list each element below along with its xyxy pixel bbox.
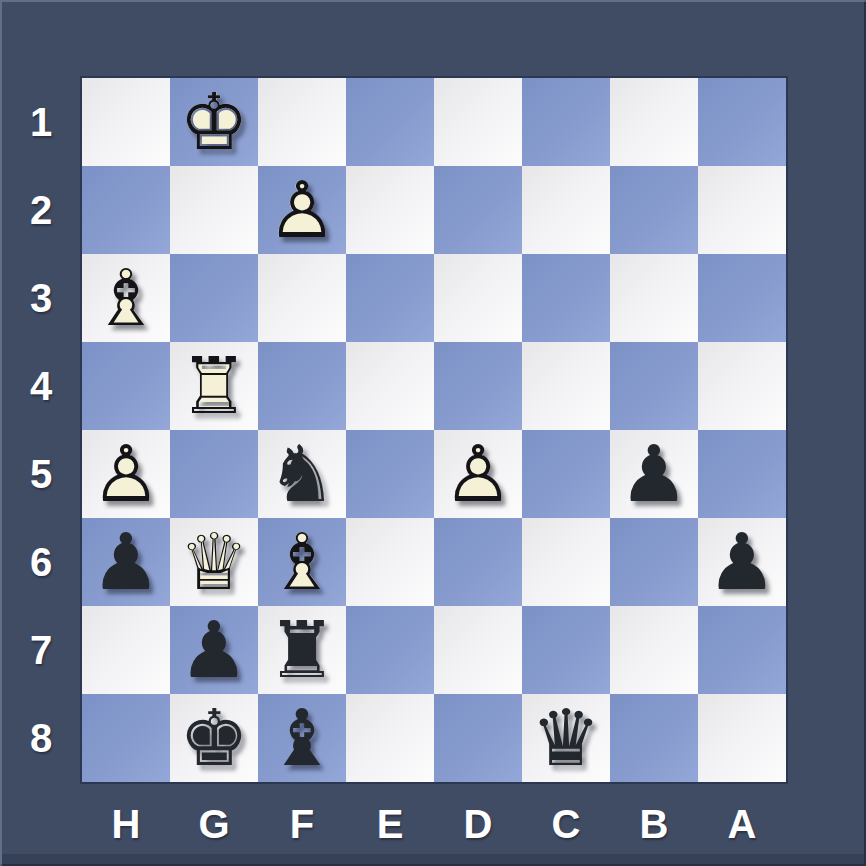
piece-glyph-outline: ♙ bbox=[91, 435, 161, 513]
rank-label-3: 3 bbox=[0, 254, 82, 342]
white-queen[interactable]: ♛♕ bbox=[170, 518, 258, 606]
white-rook[interactable]: ♜♖ bbox=[170, 342, 258, 430]
rank-labels: 12345678 bbox=[0, 78, 82, 782]
square-b7[interactable] bbox=[610, 606, 698, 694]
square-g8[interactable]: ♚ bbox=[170, 694, 258, 782]
rank-label-8: 8 bbox=[0, 694, 82, 782]
square-b6[interactable] bbox=[610, 518, 698, 606]
square-f3[interactable] bbox=[258, 254, 346, 342]
square-g4[interactable]: ♜♖ bbox=[170, 342, 258, 430]
rank-label-2: 2 bbox=[0, 166, 82, 254]
square-d4[interactable] bbox=[434, 342, 522, 430]
square-a1[interactable] bbox=[698, 78, 786, 166]
square-f8[interactable]: ♝ bbox=[258, 694, 346, 782]
file-label-A: A bbox=[698, 782, 786, 866]
piece-glyph-outline: ♕ bbox=[179, 523, 249, 601]
square-f6[interactable]: ♝♗ bbox=[258, 518, 346, 606]
square-h2[interactable] bbox=[82, 166, 170, 254]
piece-glyph-fill: ♟ bbox=[707, 523, 777, 601]
file-label-E: E bbox=[346, 782, 434, 866]
square-h4[interactable] bbox=[82, 342, 170, 430]
black-pawn[interactable]: ♟ bbox=[610, 430, 698, 518]
square-d5[interactable]: ♟♙ bbox=[434, 430, 522, 518]
piece-glyph-fill: ♚ bbox=[179, 699, 249, 777]
white-pawn[interactable]: ♟♙ bbox=[82, 430, 170, 518]
piece-glyph-outline: ♔ bbox=[179, 83, 249, 161]
white-pawn[interactable]: ♟♙ bbox=[258, 166, 346, 254]
square-e6[interactable] bbox=[346, 518, 434, 606]
square-g2[interactable] bbox=[170, 166, 258, 254]
square-g1[interactable]: ♚♔ bbox=[170, 78, 258, 166]
rank-label-6: 6 bbox=[0, 518, 82, 606]
square-f5[interactable]: ♞ bbox=[258, 430, 346, 518]
white-king[interactable]: ♚♔ bbox=[170, 78, 258, 166]
square-f4[interactable] bbox=[258, 342, 346, 430]
rank-label-5: 5 bbox=[0, 430, 82, 518]
rank-label-4: 4 bbox=[0, 342, 82, 430]
square-c3[interactable] bbox=[522, 254, 610, 342]
black-pawn[interactable]: ♟ bbox=[170, 606, 258, 694]
chess-app: 12345678 ♚♔♟♙♝♗♜♖♟♙♞♟♙♟♟♛♕♝♗♟♟♜♚♝♛ HGFED… bbox=[0, 0, 866, 866]
square-e1[interactable] bbox=[346, 78, 434, 166]
square-b4[interactable] bbox=[610, 342, 698, 430]
piece-glyph-outline: ♗ bbox=[91, 259, 161, 337]
square-d3[interactable] bbox=[434, 254, 522, 342]
piece-glyph-outline: ♗ bbox=[267, 523, 337, 601]
piece-glyph-outline: ♖ bbox=[179, 347, 249, 425]
piece-glyph-outline: ♙ bbox=[443, 435, 513, 513]
piece-glyph-outline: ♙ bbox=[267, 171, 337, 249]
square-d2[interactable] bbox=[434, 166, 522, 254]
square-e8[interactable] bbox=[346, 694, 434, 782]
file-label-C: C bbox=[522, 782, 610, 866]
piece-glyph-fill: ♟ bbox=[91, 523, 161, 601]
file-label-D: D bbox=[434, 782, 522, 866]
square-a4[interactable] bbox=[698, 342, 786, 430]
square-c2[interactable] bbox=[522, 166, 610, 254]
black-king[interactable]: ♚ bbox=[170, 694, 258, 782]
black-bishop[interactable]: ♝ bbox=[258, 694, 346, 782]
white-pawn[interactable]: ♟♙ bbox=[434, 430, 522, 518]
square-c5[interactable] bbox=[522, 430, 610, 518]
black-pawn[interactable]: ♟ bbox=[82, 518, 170, 606]
square-f1[interactable] bbox=[258, 78, 346, 166]
square-a5[interactable] bbox=[698, 430, 786, 518]
square-d6[interactable] bbox=[434, 518, 522, 606]
square-a8[interactable] bbox=[698, 694, 786, 782]
square-c7[interactable] bbox=[522, 606, 610, 694]
square-h3[interactable]: ♝♗ bbox=[82, 254, 170, 342]
square-f7[interactable]: ♜ bbox=[258, 606, 346, 694]
chess-board: ♚♔♟♙♝♗♜♖♟♙♞♟♙♟♟♛♕♝♗♟♟♜♚♝♛ bbox=[82, 78, 786, 782]
piece-glyph-fill: ♟ bbox=[619, 435, 689, 513]
square-b3[interactable] bbox=[610, 254, 698, 342]
square-h6[interactable]: ♟ bbox=[82, 518, 170, 606]
square-b1[interactable] bbox=[610, 78, 698, 166]
square-h5[interactable]: ♟♙ bbox=[82, 430, 170, 518]
square-a3[interactable] bbox=[698, 254, 786, 342]
piece-glyph-fill: ♝ bbox=[267, 699, 337, 777]
file-label-F: F bbox=[258, 782, 346, 866]
file-labels: HGFEDCBA bbox=[82, 782, 786, 866]
white-bishop[interactable]: ♝♗ bbox=[82, 254, 170, 342]
square-f2[interactable]: ♟♙ bbox=[258, 166, 346, 254]
square-h8[interactable] bbox=[82, 694, 170, 782]
white-bishop[interactable]: ♝♗ bbox=[258, 518, 346, 606]
black-knight[interactable]: ♞ bbox=[258, 430, 346, 518]
black-pawn[interactable]: ♟ bbox=[698, 518, 786, 606]
square-b2[interactable] bbox=[610, 166, 698, 254]
square-g3[interactable] bbox=[170, 254, 258, 342]
square-e3[interactable] bbox=[346, 254, 434, 342]
black-rook[interactable]: ♜ bbox=[258, 606, 346, 694]
square-h1[interactable] bbox=[82, 78, 170, 166]
file-label-H: H bbox=[82, 782, 170, 866]
piece-glyph-fill: ♛ bbox=[531, 699, 601, 777]
square-b5[interactable]: ♟ bbox=[610, 430, 698, 518]
square-d8[interactable] bbox=[434, 694, 522, 782]
file-label-G: G bbox=[170, 782, 258, 866]
piece-glyph-fill: ♟ bbox=[179, 611, 249, 689]
piece-glyph-fill: ♞ bbox=[267, 435, 337, 513]
piece-glyph-fill: ♜ bbox=[267, 611, 337, 689]
square-d1[interactable] bbox=[434, 78, 522, 166]
file-label-B: B bbox=[610, 782, 698, 866]
square-a2[interactable] bbox=[698, 166, 786, 254]
rank-label-7: 7 bbox=[0, 606, 82, 694]
rank-label-1: 1 bbox=[0, 78, 82, 166]
square-g7[interactable]: ♟ bbox=[170, 606, 258, 694]
square-e4[interactable] bbox=[346, 342, 434, 430]
square-c1[interactable] bbox=[522, 78, 610, 166]
square-e5[interactable] bbox=[346, 430, 434, 518]
square-c4[interactable] bbox=[522, 342, 610, 430]
black-queen[interactable]: ♛ bbox=[522, 694, 610, 782]
square-g5[interactable] bbox=[170, 430, 258, 518]
square-c8[interactable]: ♛ bbox=[522, 694, 610, 782]
square-c6[interactable] bbox=[522, 518, 610, 606]
square-e2[interactable] bbox=[346, 166, 434, 254]
square-b8[interactable] bbox=[610, 694, 698, 782]
square-d7[interactable] bbox=[434, 606, 522, 694]
square-a6[interactable]: ♟ bbox=[698, 518, 786, 606]
square-g6[interactable]: ♛♕ bbox=[170, 518, 258, 606]
square-e7[interactable] bbox=[346, 606, 434, 694]
square-h7[interactable] bbox=[82, 606, 170, 694]
square-a7[interactable] bbox=[698, 606, 786, 694]
